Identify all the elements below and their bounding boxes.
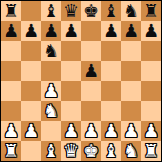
square-h4[interactable]	[141, 81, 161, 101]
piece-white-bishop[interactable]: ♝	[43, 141, 59, 161]
square-e3[interactable]	[81, 101, 101, 121]
square-b4[interactable]	[21, 81, 41, 101]
square-g5[interactable]	[121, 61, 141, 81]
piece-white-pawn[interactable]: ♟	[23, 121, 39, 141]
square-d6[interactable]	[61, 41, 81, 61]
piece-white-king[interactable]: ♚	[83, 141, 99, 161]
square-h3[interactable]	[141, 101, 161, 121]
square-d1[interactable]: ♛	[61, 141, 81, 161]
piece-black-knight[interactable]: ♞	[43, 41, 59, 61]
piece-black-pawn[interactable]: ♟	[63, 21, 79, 41]
square-g7[interactable]: ♟	[121, 21, 141, 41]
square-f3[interactable]	[101, 101, 121, 121]
square-c3[interactable]: ♞	[41, 101, 61, 121]
piece-black-king[interactable]: ♚	[83, 1, 99, 21]
square-f4[interactable]	[101, 81, 121, 101]
square-f6[interactable]	[101, 41, 121, 61]
piece-black-pawn[interactable]: ♟	[83, 61, 99, 81]
square-f8[interactable]: ♝	[101, 1, 121, 21]
square-a8[interactable]: ♜	[1, 1, 21, 21]
piece-white-pawn[interactable]: ♟	[123, 121, 139, 141]
piece-white-knight[interactable]: ♞	[43, 101, 59, 121]
piece-black-rook[interactable]: ♜	[3, 1, 19, 21]
square-e1[interactable]: ♚	[81, 141, 101, 161]
square-a7[interactable]: ♟	[1, 21, 21, 41]
chess-board: ♜♝♛♚♝♞♜♟♟♟♟♟♟♟♞♟♟♞♟♟♟♟♟♟♟♜♝♛♚♝♞♜	[0, 0, 162, 162]
piece-white-knight[interactable]: ♞	[123, 141, 139, 161]
piece-white-bishop[interactable]: ♝	[103, 141, 119, 161]
square-d7[interactable]: ♟	[61, 21, 81, 41]
piece-white-pawn[interactable]: ♟	[63, 121, 79, 141]
square-f7[interactable]: ♟	[101, 21, 121, 41]
square-b5[interactable]	[21, 61, 41, 81]
square-d2[interactable]: ♟	[61, 121, 81, 141]
piece-black-pawn[interactable]: ♟	[143, 21, 159, 41]
piece-black-pawn[interactable]: ♟	[3, 21, 19, 41]
square-c7[interactable]: ♟	[41, 21, 61, 41]
piece-black-pawn[interactable]: ♟	[23, 21, 39, 41]
square-e2[interactable]: ♟	[81, 121, 101, 141]
square-d5[interactable]	[61, 61, 81, 81]
square-a4[interactable]	[1, 81, 21, 101]
square-b2[interactable]: ♟	[21, 121, 41, 141]
square-h7[interactable]: ♟	[141, 21, 161, 41]
square-e4[interactable]	[81, 81, 101, 101]
square-g4[interactable]	[121, 81, 141, 101]
square-h1[interactable]: ♜	[141, 141, 161, 161]
square-f5[interactable]	[101, 61, 121, 81]
piece-black-pawn[interactable]: ♟	[123, 21, 139, 41]
square-a2[interactable]: ♟	[1, 121, 21, 141]
square-a3[interactable]	[1, 101, 21, 121]
piece-black-bishop[interactable]: ♝	[43, 1, 59, 21]
square-g8[interactable]: ♞	[121, 1, 141, 21]
square-c6[interactable]: ♞	[41, 41, 61, 61]
square-f2[interactable]: ♟	[101, 121, 121, 141]
square-h5[interactable]	[141, 61, 161, 81]
piece-black-pawn[interactable]: ♟	[43, 21, 59, 41]
piece-white-rook[interactable]: ♜	[143, 141, 159, 161]
piece-white-rook[interactable]: ♜	[3, 141, 19, 161]
piece-black-pawn[interactable]: ♟	[103, 21, 119, 41]
square-h8[interactable]: ♜	[141, 1, 161, 21]
square-d8[interactable]: ♛	[61, 1, 81, 21]
square-b1[interactable]	[21, 141, 41, 161]
square-c4[interactable]: ♟	[41, 81, 61, 101]
square-e7[interactable]	[81, 21, 101, 41]
chess-board-container: ♜♝♛♚♝♞♜♟♟♟♟♟♟♟♞♟♟♞♟♟♟♟♟♟♟♜♝♛♚♝♞♜	[0, 0, 162, 162]
piece-white-queen[interactable]: ♛	[63, 141, 79, 161]
piece-black-rook[interactable]: ♜	[143, 1, 159, 21]
square-b8[interactable]	[21, 1, 41, 21]
square-c1[interactable]: ♝	[41, 141, 61, 161]
piece-white-pawn[interactable]: ♟	[3, 121, 19, 141]
square-g6[interactable]	[121, 41, 141, 61]
square-c2[interactable]	[41, 121, 61, 141]
piece-black-bishop[interactable]: ♝	[103, 1, 119, 21]
piece-black-queen[interactable]: ♛	[63, 1, 79, 21]
square-b6[interactable]	[21, 41, 41, 61]
square-h6[interactable]	[141, 41, 161, 61]
square-b3[interactable]	[21, 101, 41, 121]
piece-black-knight[interactable]: ♞	[123, 1, 139, 21]
square-a5[interactable]	[1, 61, 21, 81]
piece-white-pawn[interactable]: ♟	[143, 121, 159, 141]
square-g3[interactable]	[121, 101, 141, 121]
square-c8[interactable]: ♝	[41, 1, 61, 21]
square-d4[interactable]	[61, 81, 81, 101]
piece-white-pawn[interactable]: ♟	[103, 121, 119, 141]
square-e6[interactable]	[81, 41, 101, 61]
square-f1[interactable]: ♝	[101, 141, 121, 161]
square-g2[interactable]: ♟	[121, 121, 141, 141]
square-a1[interactable]: ♜	[1, 141, 21, 161]
square-e5[interactable]: ♟	[81, 61, 101, 81]
square-e8[interactable]: ♚	[81, 1, 101, 21]
piece-white-pawn[interactable]: ♟	[83, 121, 99, 141]
square-c5[interactable]	[41, 61, 61, 81]
square-h2[interactable]: ♟	[141, 121, 161, 141]
piece-white-pawn[interactable]: ♟	[43, 81, 59, 101]
square-a6[interactable]	[1, 41, 21, 61]
square-d3[interactable]	[61, 101, 81, 121]
square-g1[interactable]: ♞	[121, 141, 141, 161]
square-b7[interactable]: ♟	[21, 21, 41, 41]
